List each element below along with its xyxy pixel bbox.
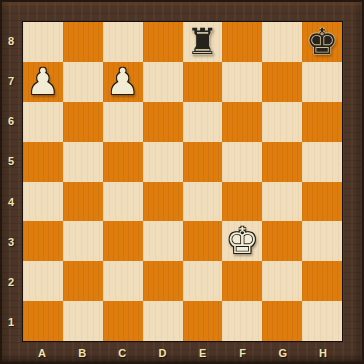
square-d4[interactable] — [143, 182, 183, 222]
square-a8[interactable] — [23, 22, 63, 62]
square-e1[interactable] — [183, 301, 223, 341]
square-b5[interactable] — [63, 142, 103, 182]
square-b1[interactable] — [63, 301, 103, 341]
square-a3[interactable] — [23, 221, 63, 261]
square-g7[interactable] — [262, 62, 302, 102]
piece-white-pawn-a7[interactable]: ♟ — [27, 64, 59, 100]
square-a1[interactable] — [23, 301, 63, 341]
file-label-d: D — [142, 342, 182, 364]
square-h4[interactable] — [302, 182, 342, 222]
square-g2[interactable] — [262, 261, 302, 301]
square-a6[interactable] — [23, 102, 63, 142]
file-label-a: A — [22, 342, 62, 364]
rank-label-7: 7 — [0, 61, 22, 101]
file-label-g: G — [263, 342, 303, 364]
square-d8[interactable] — [143, 22, 183, 62]
square-g5[interactable] — [262, 142, 302, 182]
square-e8[interactable]: ♜ — [183, 22, 223, 62]
square-a4[interactable] — [23, 182, 63, 222]
square-h1[interactable] — [302, 301, 342, 341]
square-b8[interactable] — [63, 22, 103, 62]
rank-label-4: 4 — [0, 182, 22, 222]
square-f4[interactable] — [222, 182, 262, 222]
chess-board-frame: 87654321 ♜♚♟♟♚ ABCDEFGH — [0, 0, 364, 364]
square-d7[interactable] — [143, 62, 183, 102]
square-c4[interactable] — [103, 182, 143, 222]
file-label-f: F — [223, 342, 263, 364]
square-g3[interactable] — [262, 221, 302, 261]
square-h2[interactable] — [302, 261, 342, 301]
square-f1[interactable] — [222, 301, 262, 341]
file-label-h: H — [303, 342, 343, 364]
square-c7[interactable]: ♟ — [103, 62, 143, 102]
board[interactable]: ♜♚♟♟♚ — [22, 21, 343, 342]
square-d5[interactable] — [143, 142, 183, 182]
square-f8[interactable] — [222, 22, 262, 62]
square-e2[interactable] — [183, 261, 223, 301]
square-g1[interactable] — [262, 301, 302, 341]
square-e6[interactable] — [183, 102, 223, 142]
piece-white-king-f3[interactable]: ♚ — [226, 223, 258, 259]
rank-label-6: 6 — [0, 101, 22, 141]
square-b6[interactable] — [63, 102, 103, 142]
piece-white-pawn-c7[interactable]: ♟ — [107, 64, 139, 100]
square-f5[interactable] — [222, 142, 262, 182]
file-label-e: E — [183, 342, 223, 364]
square-d6[interactable] — [143, 102, 183, 142]
square-d3[interactable] — [143, 221, 183, 261]
square-f6[interactable] — [222, 102, 262, 142]
rank-label-3: 3 — [0, 222, 22, 262]
file-labels: ABCDEFGH — [22, 342, 343, 364]
file-label-c: C — [102, 342, 142, 364]
rank-label-2: 2 — [0, 262, 22, 302]
square-c8[interactable] — [103, 22, 143, 62]
square-a7[interactable]: ♟ — [23, 62, 63, 102]
square-d2[interactable] — [143, 261, 183, 301]
piece-black-rook-e8[interactable]: ♜ — [186, 24, 218, 60]
square-b3[interactable] — [63, 221, 103, 261]
square-h7[interactable] — [302, 62, 342, 102]
rank-label-5: 5 — [0, 141, 22, 181]
square-a2[interactable] — [23, 261, 63, 301]
piece-black-king-h8[interactable]: ♚ — [306, 24, 338, 60]
square-e7[interactable] — [183, 62, 223, 102]
square-b4[interactable] — [63, 182, 103, 222]
square-f3[interactable]: ♚ — [222, 221, 262, 261]
square-c3[interactable] — [103, 221, 143, 261]
square-b2[interactable] — [63, 261, 103, 301]
square-h8[interactable]: ♚ — [302, 22, 342, 62]
square-g4[interactable] — [262, 182, 302, 222]
square-e4[interactable] — [183, 182, 223, 222]
square-h3[interactable] — [302, 221, 342, 261]
square-e3[interactable] — [183, 221, 223, 261]
square-a5[interactable] — [23, 142, 63, 182]
square-g8[interactable] — [262, 22, 302, 62]
rank-label-1: 1 — [0, 302, 22, 342]
square-c6[interactable] — [103, 102, 143, 142]
rank-label-8: 8 — [0, 21, 22, 61]
square-e5[interactable] — [183, 142, 223, 182]
square-c5[interactable] — [103, 142, 143, 182]
file-label-b: B — [62, 342, 102, 364]
square-b7[interactable] — [63, 62, 103, 102]
square-f2[interactable] — [222, 261, 262, 301]
square-h6[interactable] — [302, 102, 342, 142]
square-d1[interactable] — [143, 301, 183, 341]
square-h5[interactable] — [302, 142, 342, 182]
square-c1[interactable] — [103, 301, 143, 341]
square-f7[interactable] — [222, 62, 262, 102]
square-c2[interactable] — [103, 261, 143, 301]
square-g6[interactable] — [262, 102, 302, 142]
rank-labels: 87654321 — [0, 21, 22, 342]
